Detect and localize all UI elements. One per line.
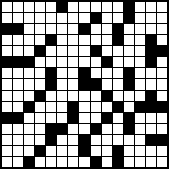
grid-cell[interactable]: [13, 68, 23, 78]
grid-cell[interactable]: [13, 91, 23, 101]
grid-cell[interactable]: [102, 35, 112, 45]
grid-cell[interactable]: [2, 146, 12, 156]
grid-cell[interactable]: [124, 35, 134, 45]
grid-cell[interactable]: [79, 124, 89, 134]
grid-cell[interactable]: [35, 102, 45, 112]
block-cell: [2, 57, 12, 67]
grid-cell[interactable]: [2, 124, 12, 134]
grid-cell[interactable]: [79, 157, 89, 167]
grid-cell[interactable]: [113, 79, 123, 89]
grid-cell[interactable]: [35, 124, 45, 134]
grid-cell[interactable]: [135, 35, 145, 45]
grid-cell[interactable]: [35, 68, 45, 78]
block-cell: [102, 57, 112, 67]
grid-cell[interactable]: [124, 102, 134, 112]
grid-cell[interactable]: [24, 113, 34, 123]
block-cell: [146, 135, 156, 145]
grid-cell[interactable]: [57, 146, 67, 156]
grid-cell[interactable]: [113, 2, 123, 12]
grid-cell[interactable]: [57, 13, 67, 23]
grid-cell[interactable]: [68, 146, 78, 156]
grid-cell[interactable]: [157, 113, 167, 123]
grid-cell[interactable]: [46, 46, 56, 56]
grid-cell[interactable]: [135, 24, 145, 34]
grid-cell[interactable]: [102, 13, 112, 23]
grid-cell[interactable]: [57, 35, 67, 45]
grid-cell[interactable]: [35, 35, 45, 45]
grid-cell[interactable]: [79, 2, 89, 12]
grid-cell[interactable]: [135, 157, 145, 167]
grid-cell[interactable]: [79, 91, 89, 101]
grid-cell[interactable]: [2, 35, 12, 45]
grid-cell[interactable]: [68, 24, 78, 34]
block-cell: [57, 2, 67, 12]
grid-cell[interactable]: [13, 46, 23, 56]
grid-cell[interactable]: [146, 124, 156, 134]
grid-cell[interactable]: [102, 46, 112, 56]
grid-cell[interactable]: [79, 46, 89, 56]
block-cell: [146, 57, 156, 67]
grid-cell[interactable]: [24, 2, 34, 12]
grid-cell[interactable]: [35, 113, 45, 123]
crossword-grid: [0, 0, 169, 169]
block-cell: [91, 124, 101, 134]
grid-cell[interactable]: [13, 135, 23, 145]
grid-cell[interactable]: [146, 157, 156, 167]
block-cell: [157, 135, 167, 145]
grid-cell[interactable]: [2, 13, 12, 23]
grid-cell[interactable]: [157, 146, 167, 156]
grid-cell[interactable]: [68, 68, 78, 78]
block-cell: [91, 79, 101, 89]
grid-cell[interactable]: [102, 135, 112, 145]
block-cell: [24, 57, 34, 67]
grid-cell[interactable]: [35, 2, 45, 12]
grid-cell[interactable]: [35, 24, 45, 34]
grid-cell[interactable]: [57, 157, 67, 167]
grid-cell[interactable]: [91, 102, 101, 112]
grid-cell[interactable]: [113, 113, 123, 123]
grid-cell[interactable]: [102, 157, 112, 167]
grid-cell[interactable]: [113, 46, 123, 56]
block-cell: [79, 135, 89, 145]
grid-cell[interactable]: [135, 46, 145, 56]
grid-cell[interactable]: [35, 135, 45, 145]
grid-cell[interactable]: [35, 57, 45, 67]
grid-cell[interactable]: [157, 2, 167, 12]
grid-cell[interactable]: [146, 113, 156, 123]
grid-cell[interactable]: [24, 68, 34, 78]
grid-cell[interactable]: [57, 135, 67, 145]
grid-cell[interactable]: [57, 57, 67, 67]
grid-cell[interactable]: [146, 13, 156, 23]
grid-cell[interactable]: [113, 57, 123, 67]
grid-cell[interactable]: [91, 68, 101, 78]
block-cell: [102, 113, 112, 123]
grid-cell[interactable]: [2, 102, 12, 112]
grid-cell[interactable]: [57, 113, 67, 123]
grid-cell[interactable]: [2, 135, 12, 145]
block-cell: [91, 46, 101, 56]
grid-cell[interactable]: [35, 157, 45, 167]
block-cell: [124, 113, 134, 123]
grid-cell[interactable]: [124, 46, 134, 56]
block-cell: [46, 79, 56, 89]
grid-cell[interactable]: [24, 13, 34, 23]
grid-cell[interactable]: [135, 113, 145, 123]
grid-cell[interactable]: [24, 35, 34, 45]
grid-cell[interactable]: [124, 57, 134, 67]
block-cell: [124, 124, 134, 134]
block-cell: [68, 113, 78, 123]
grid-cell[interactable]: [124, 146, 134, 156]
grid-cell[interactable]: [135, 91, 145, 101]
grid-cell[interactable]: [79, 35, 89, 45]
block-cell: [46, 124, 56, 134]
block-cell: [13, 57, 23, 67]
grid-cell[interactable]: [2, 157, 12, 167]
grid-cell[interactable]: [146, 79, 156, 89]
grid-cell[interactable]: [157, 24, 167, 34]
grid-cell[interactable]: [24, 46, 34, 56]
grid-cell[interactable]: [113, 91, 123, 101]
block-cell: [46, 35, 56, 45]
grid-cell[interactable]: [135, 68, 145, 78]
block-cell: [113, 157, 123, 167]
grid-cell[interactable]: [46, 24, 56, 34]
grid-cell[interactable]: [79, 102, 89, 112]
block-cell: [57, 124, 67, 134]
grid-cell[interactable]: [2, 2, 12, 12]
block-cell: [46, 135, 56, 145]
grid-cell[interactable]: [91, 57, 101, 67]
block-cell: [35, 46, 45, 56]
block-cell: [2, 113, 12, 123]
block-cell: [46, 68, 56, 78]
block-cell: [146, 35, 156, 45]
grid-cell[interactable]: [68, 157, 78, 167]
grid-cell[interactable]: [68, 124, 78, 134]
block-cell: [124, 68, 134, 78]
grid-cell[interactable]: [157, 68, 167, 78]
grid-cell[interactable]: [102, 146, 112, 156]
grid-cell[interactable]: [57, 79, 67, 89]
grid-cell[interactable]: [24, 135, 34, 145]
block-cell: [24, 157, 34, 167]
block-cell: [79, 79, 89, 89]
grid-cell[interactable]: [2, 91, 12, 101]
grid-cell[interactable]: [2, 79, 12, 89]
grid-cell[interactable]: [24, 24, 34, 34]
grid-cell[interactable]: [24, 79, 34, 89]
grid-cell[interactable]: [68, 2, 78, 12]
grid-cell[interactable]: [157, 13, 167, 23]
grid-cell[interactable]: [2, 46, 12, 56]
block-cell: [146, 102, 156, 112]
block-cell: [79, 24, 89, 34]
block-cell: [35, 91, 45, 101]
grid-cell[interactable]: [157, 91, 167, 101]
block-cell: [157, 102, 167, 112]
grid-cell[interactable]: [146, 146, 156, 156]
block-cell: [146, 91, 156, 101]
block-cell: [124, 13, 134, 23]
grid-cell[interactable]: [102, 79, 112, 89]
block-cell: [13, 113, 23, 123]
grid-cell[interactable]: [46, 157, 56, 167]
grid-cell[interactable]: [57, 46, 67, 56]
block-cell: [124, 79, 134, 89]
block-cell: [35, 146, 45, 156]
grid-cell[interactable]: [91, 91, 101, 101]
grid-cell[interactable]: [157, 57, 167, 67]
grid-cell[interactable]: [146, 2, 156, 12]
grid-cell[interactable]: [113, 68, 123, 78]
grid-cell[interactable]: [135, 146, 145, 156]
grid-cell[interactable]: [91, 113, 101, 123]
grid-cell[interactable]: [46, 2, 56, 12]
grid-cell[interactable]: [91, 24, 101, 34]
block-cell: [2, 24, 12, 34]
grid-cell[interactable]: [91, 2, 101, 12]
grid-cell[interactable]: [57, 24, 67, 34]
block-cell: [91, 13, 101, 23]
grid-cell[interactable]: [68, 135, 78, 145]
block-cell: [79, 68, 89, 78]
grid-cell[interactable]: [91, 35, 101, 45]
grid-cell[interactable]: [146, 68, 156, 78]
grid-cell[interactable]: [124, 91, 134, 101]
block-cell: [24, 102, 34, 112]
grid-cell[interactable]: [135, 79, 145, 89]
grid-cell[interactable]: [24, 91, 34, 101]
grid-cell[interactable]: [135, 2, 145, 12]
block-cell: [135, 102, 145, 112]
grid-cell[interactable]: [135, 13, 145, 23]
grid-cell[interactable]: [68, 91, 78, 101]
grid-cell[interactable]: [68, 13, 78, 23]
grid-cell[interactable]: [91, 146, 101, 156]
grid-cell[interactable]: [113, 13, 123, 23]
grid-cell[interactable]: [124, 157, 134, 167]
grid-cell[interactable]: [79, 13, 89, 23]
grid-cell[interactable]: [113, 135, 123, 145]
grid-cell[interactable]: [35, 13, 45, 23]
grid-cell[interactable]: [46, 102, 56, 112]
grid-cell[interactable]: [46, 57, 56, 67]
grid-cell[interactable]: [13, 13, 23, 23]
grid-cell[interactable]: [135, 135, 145, 145]
grid-cell[interactable]: [124, 24, 134, 34]
block-cell: [102, 91, 112, 101]
grid-cell[interactable]: [24, 146, 34, 156]
grid-cell[interactable]: [46, 113, 56, 123]
grid-cell[interactable]: [13, 124, 23, 134]
grid-cell[interactable]: [79, 57, 89, 67]
grid-cell[interactable]: [146, 24, 156, 34]
grid-cell[interactable]: [157, 35, 167, 45]
block-cell: [157, 46, 167, 56]
grid-cell[interactable]: [102, 2, 112, 12]
grid-cell[interactable]: [46, 91, 56, 101]
grid-cell[interactable]: [157, 79, 167, 89]
grid-cell[interactable]: [68, 46, 78, 56]
grid-cell[interactable]: [102, 102, 112, 112]
grid-cell[interactable]: [46, 146, 56, 156]
block-cell: [113, 24, 123, 34]
grid-cell[interactable]: [157, 124, 167, 134]
grid-cell[interactable]: [157, 157, 167, 167]
grid-cell[interactable]: [2, 68, 12, 78]
grid-cell[interactable]: [13, 102, 23, 112]
grid-cell[interactable]: [13, 79, 23, 89]
grid-cell[interactable]: [46, 13, 56, 23]
grid-cell[interactable]: [68, 35, 78, 45]
crossword-puzzle: [0, 0, 169, 169]
grid-cell[interactable]: [57, 91, 67, 101]
block-cell: [91, 157, 101, 167]
grid-cell[interactable]: [13, 2, 23, 12]
grid-cell[interactable]: [13, 35, 23, 45]
block-cell: [113, 146, 123, 156]
grid-cell[interactable]: [91, 135, 101, 145]
block-cell: [68, 102, 78, 112]
grid-cell[interactable]: [135, 57, 145, 67]
grid-cell[interactable]: [13, 157, 23, 167]
grid-cell[interactable]: [24, 124, 34, 134]
grid-cell[interactable]: [135, 124, 145, 134]
block-cell: [113, 35, 123, 45]
grid-cell[interactable]: [113, 124, 123, 134]
grid-cell[interactable]: [35, 79, 45, 89]
grid-cell[interactable]: [57, 68, 67, 78]
grid-cell[interactable]: [68, 57, 78, 67]
grid-cell[interactable]: [57, 102, 67, 112]
grid-cell[interactable]: [102, 24, 112, 34]
grid-cell[interactable]: [79, 113, 89, 123]
grid-cell[interactable]: [124, 135, 134, 145]
grid-cell[interactable]: [102, 68, 112, 78]
grid-cell[interactable]: [102, 124, 112, 134]
block-cell: [79, 146, 89, 156]
block-cell: [13, 24, 23, 34]
grid-cell[interactable]: [68, 79, 78, 89]
block-cell: [146, 46, 156, 56]
block-cell: [113, 102, 123, 112]
grid-cell[interactable]: [13, 146, 23, 156]
block-cell: [124, 2, 134, 12]
